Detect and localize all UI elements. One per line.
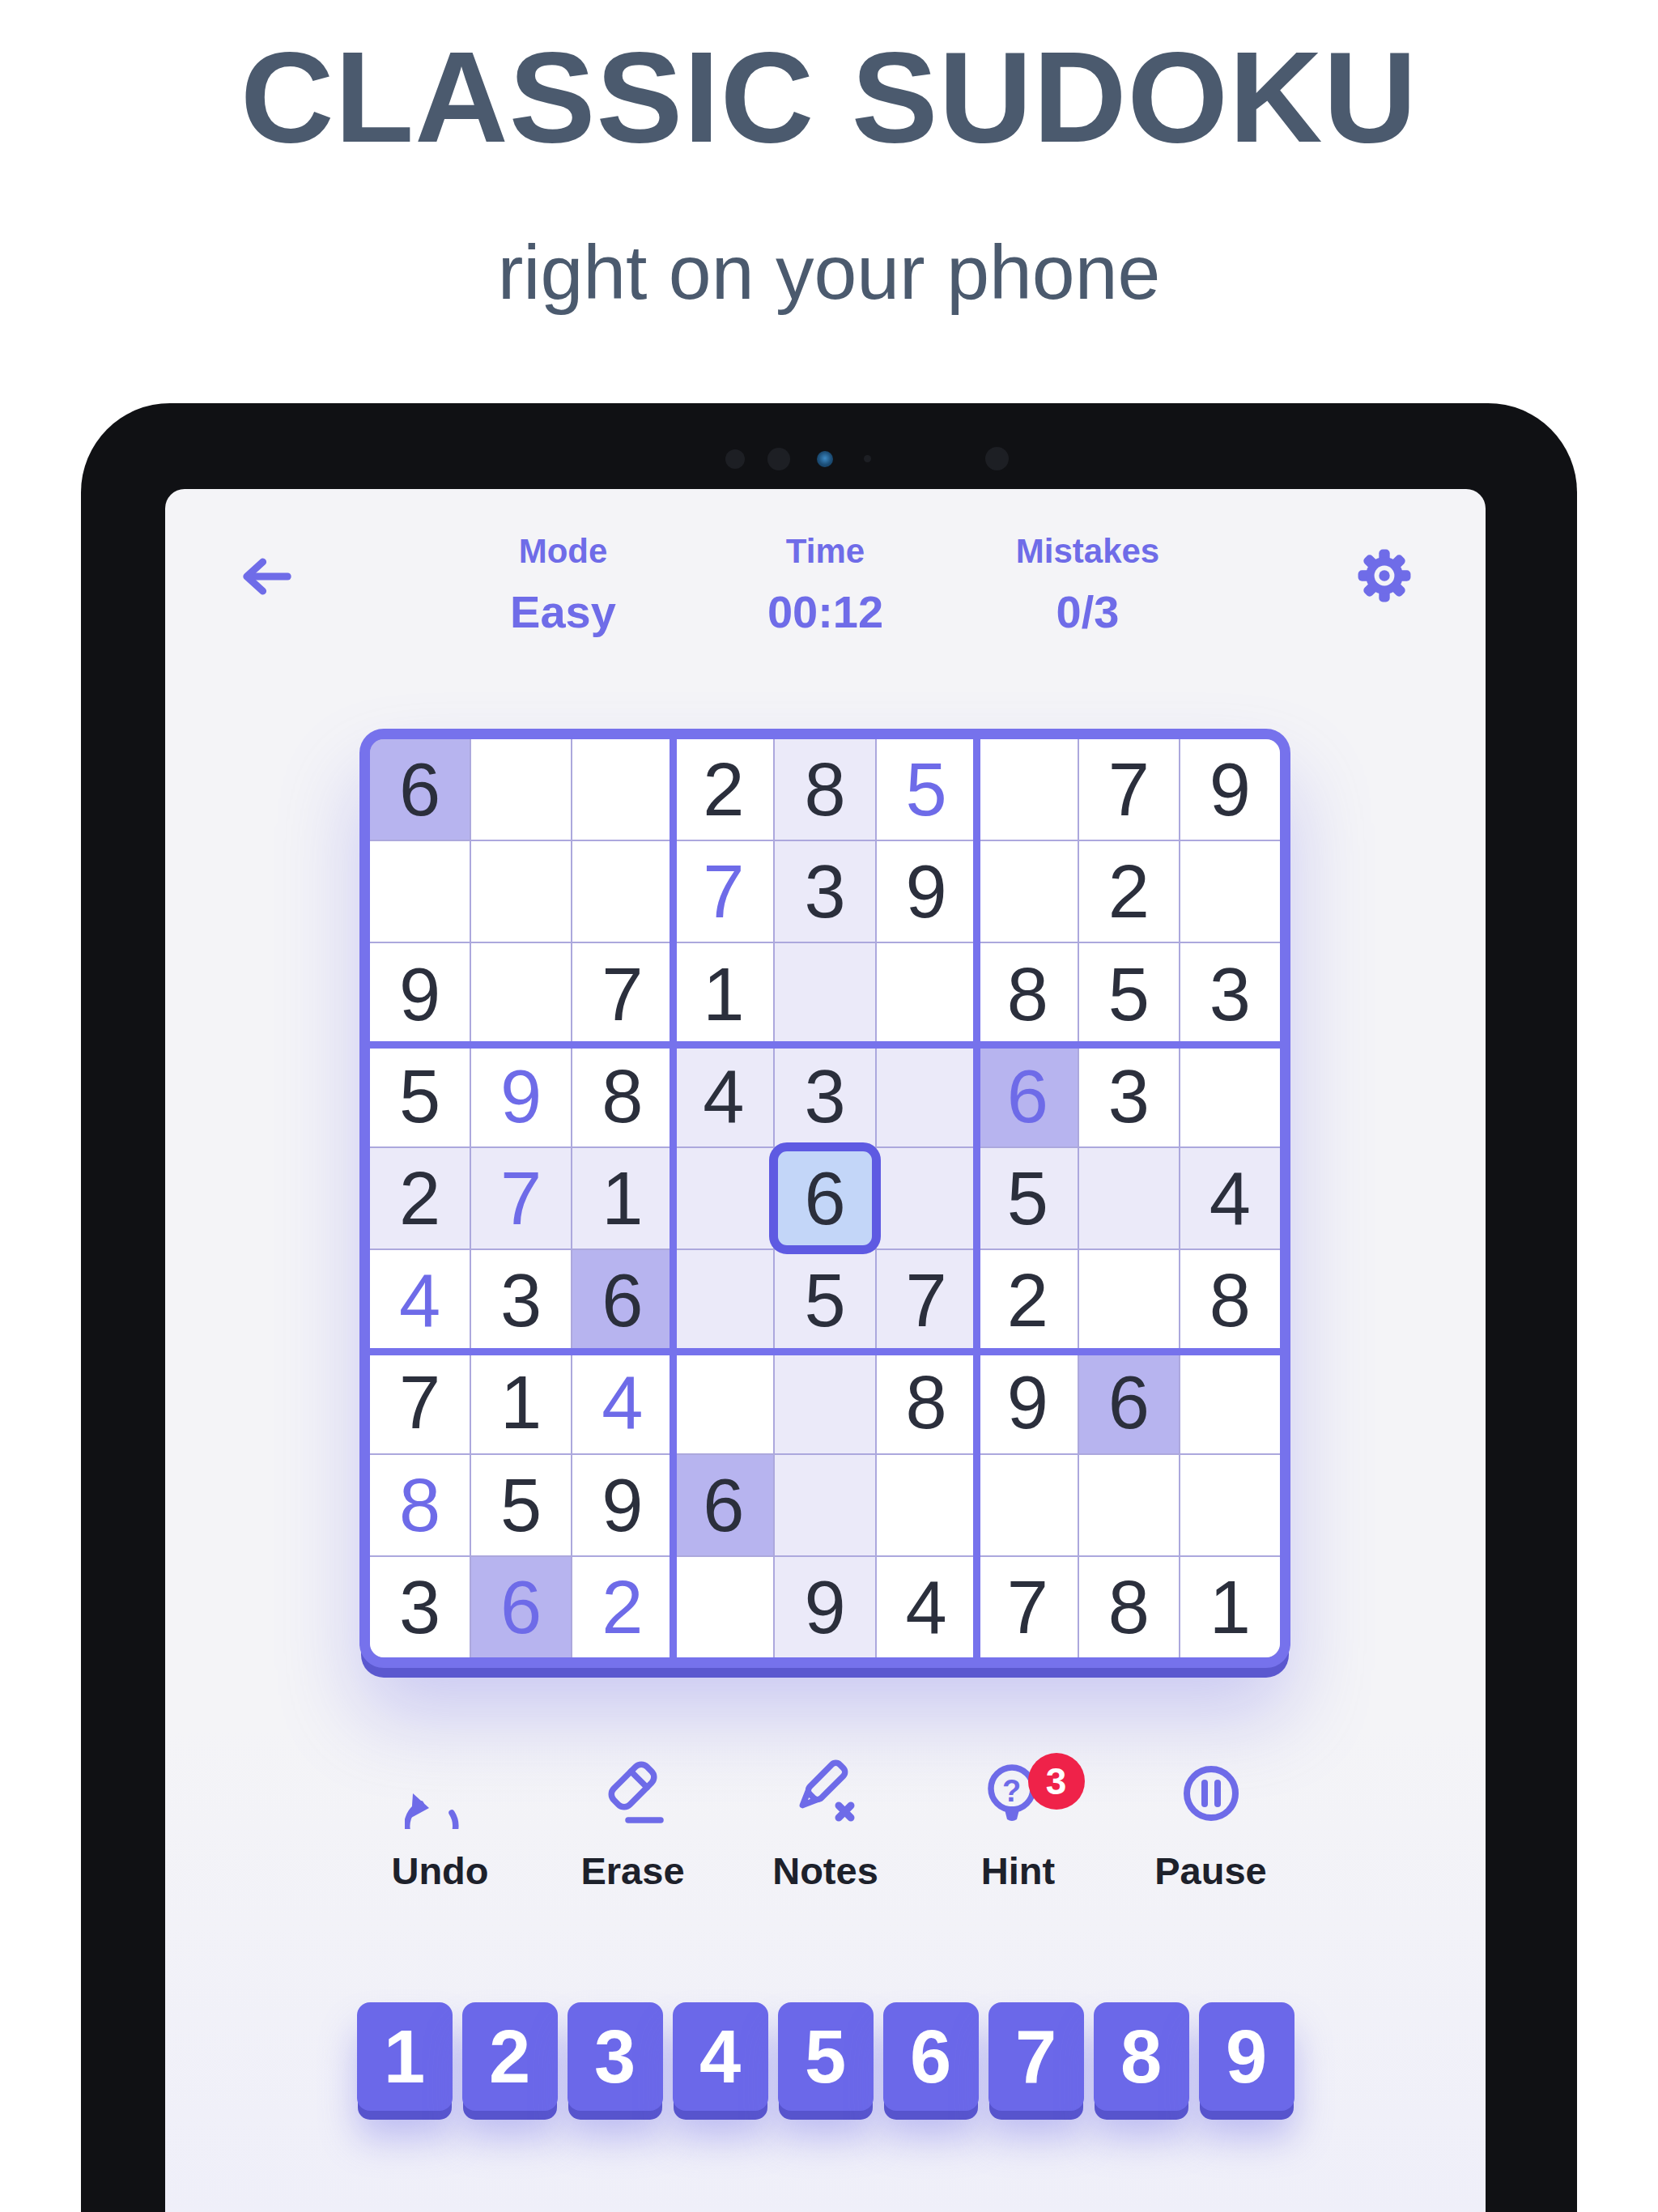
cell-r9c1[interactable]: 3 — [370, 1557, 470, 1657]
hint-button[interactable]: ? 3 Hint — [957, 1758, 1080, 1893]
camera-lens-icon — [817, 451, 833, 467]
cell-digit: 7 — [1007, 1570, 1048, 1644]
cell-r2c8[interactable]: 2 — [1079, 841, 1179, 942]
cell-r9c9[interactable]: 1 — [1180, 1557, 1280, 1657]
cell-digit: 8 — [1108, 1570, 1150, 1644]
cell-r4c6[interactable] — [877, 1046, 976, 1146]
cell-digit: 9 — [500, 1059, 542, 1134]
cell-r3c5[interactable] — [775, 943, 874, 1044]
cell-r5c5[interactable]: 6 — [775, 1148, 874, 1249]
page-subtitle: right on your phone — [0, 228, 1658, 317]
box-border-vertical-1 — [670, 739, 677, 1657]
cell-digit: 6 — [804, 1161, 845, 1236]
cell-r6c7[interactable]: 2 — [978, 1250, 1078, 1351]
cell-digit: 7 — [906, 1263, 947, 1338]
cell-r3c2[interactable] — [471, 943, 571, 1044]
cell-digit: 8 — [804, 752, 845, 827]
cell-r1c1[interactable]: 6 — [370, 739, 470, 840]
undo-button[interactable]: Undo — [379, 1758, 502, 1893]
cell-r7c5[interactable] — [775, 1352, 874, 1453]
cell-r9c3[interactable]: 2 — [572, 1557, 672, 1657]
cell-r5c2[interactable]: 7 — [471, 1148, 571, 1249]
cell-r8c7[interactable] — [978, 1455, 1078, 1555]
cell-r5c9[interactable]: 4 — [1180, 1148, 1280, 1249]
cell-r2c2[interactable] — [471, 841, 571, 942]
cell-digit: 5 — [804, 1263, 845, 1338]
settings-button[interactable] — [1350, 542, 1418, 610]
stat-mistakes: Mistakes 0/3 — [967, 534, 1209, 635]
cell-digit: 5 — [500, 1468, 542, 1542]
cell-r2c6[interactable]: 9 — [877, 841, 976, 942]
pause-label: Pause — [1154, 1848, 1266, 1893]
numpad-button-6[interactable]: 6 — [883, 2002, 979, 2111]
cell-r6c4[interactable] — [674, 1250, 773, 1351]
undo-label: Undo — [391, 1848, 488, 1893]
sudoku-board: 6285797392971853598436327165443657287148… — [359, 729, 1290, 1668]
cell-digit: 3 — [1209, 957, 1251, 1032]
cell-r6c2[interactable]: 3 — [471, 1250, 571, 1351]
cell-r8c4[interactable]: 6 — [674, 1455, 773, 1555]
cell-digit: 5 — [1007, 1161, 1048, 1236]
cell-digit: 8 — [906, 1365, 947, 1440]
numpad-button-1[interactable]: 1 — [357, 2002, 453, 2111]
numpad-button-2[interactable]: 2 — [462, 2002, 558, 2111]
cell-r5c6[interactable] — [877, 1148, 976, 1249]
cell-r3c6[interactable] — [877, 943, 976, 1044]
cell-r1c6[interactable]: 5 — [877, 739, 976, 840]
cell-digit: 7 — [1108, 752, 1150, 827]
cell-digit: 9 — [906, 854, 947, 929]
cell-digit: 1 — [602, 1161, 643, 1236]
cell-r1c8[interactable]: 7 — [1079, 739, 1179, 840]
cell-r8c6[interactable] — [877, 1455, 976, 1555]
cell-r1c2[interactable] — [471, 739, 571, 840]
notes-label: Notes — [772, 1848, 878, 1893]
cell-r7c6[interactable]: 8 — [877, 1352, 976, 1453]
cell-r5c4[interactable] — [674, 1148, 773, 1249]
cell-digit: 6 — [1108, 1365, 1150, 1440]
cell-digit: 7 — [500, 1161, 542, 1236]
cell-r2c1[interactable] — [370, 841, 470, 942]
cell-digit: 1 — [1209, 1570, 1251, 1644]
cell-r2c7[interactable] — [978, 841, 1078, 942]
cell-r1c4[interactable]: 2 — [674, 739, 773, 840]
cell-digit: 9 — [1007, 1365, 1048, 1440]
app-screen: Mode Easy Time 00:12 Mistakes 0/3 — [165, 489, 1486, 2212]
sensor-dot-icon — [985, 447, 1009, 470]
toolbar: Undo Erase — [165, 1758, 1486, 1893]
cell-digit: 5 — [1108, 957, 1150, 1032]
cell-r2c4[interactable]: 7 — [674, 841, 773, 942]
box-border-horizontal-2 — [370, 1348, 1280, 1355]
cell-digit: 8 — [602, 1059, 643, 1134]
cell-digit: 2 — [703, 752, 744, 827]
cell-digit: 6 — [399, 752, 440, 827]
numpad: 123456789 — [165, 2002, 1486, 2111]
stat-mode: Mode Easy — [442, 534, 685, 635]
cell-r8c2[interactable]: 5 — [471, 1455, 571, 1555]
box-border-vertical-2 — [973, 739, 980, 1657]
cell-digit: 8 — [1209, 1263, 1251, 1338]
cell-r4c8[interactable]: 3 — [1079, 1046, 1179, 1146]
cell-digit: 6 — [500, 1570, 542, 1644]
stat-time: Time 00:12 — [704, 534, 947, 635]
cell-digit: 3 — [1108, 1059, 1150, 1134]
erase-button[interactable]: Erase — [572, 1758, 695, 1893]
sensor-dot-icon — [767, 448, 790, 470]
page: CLASSIC SUDOKU right on your phone Mode … — [0, 0, 1658, 2212]
cell-digit: 7 — [602, 957, 643, 1032]
cell-digit: 2 — [1007, 1263, 1048, 1338]
cell-digit: 3 — [399, 1570, 440, 1644]
cell-digit: 9 — [1209, 752, 1251, 827]
cell-r8c1[interactable]: 8 — [370, 1455, 470, 1555]
lightbulb-question-icon: ? 3 — [983, 1758, 1054, 1829]
numpad-button-3[interactable]: 3 — [568, 2002, 663, 2111]
cell-r3c3[interactable]: 7 — [572, 943, 672, 1044]
cell-r4c1[interactable]: 5 — [370, 1046, 470, 1146]
cell-r9c2[interactable]: 6 — [471, 1557, 571, 1657]
cell-digit: 5 — [906, 752, 947, 827]
cell-r4c4[interactable]: 4 — [674, 1046, 773, 1146]
cell-r4c7[interactable]: 6 — [978, 1046, 1078, 1146]
cell-digit: 5 — [399, 1059, 440, 1134]
cell-r3c8[interactable]: 5 — [1079, 943, 1179, 1044]
cell-r7c3[interactable]: 4 — [572, 1352, 672, 1453]
cell-r6c1[interactable]: 4 — [370, 1250, 470, 1351]
cell-r6c8[interactable] — [1079, 1250, 1179, 1351]
undo-icon — [405, 1758, 476, 1829]
notes-button[interactable]: Notes — [764, 1758, 887, 1893]
cell-r4c2[interactable]: 9 — [471, 1046, 571, 1146]
cell-digit: 4 — [602, 1365, 643, 1440]
cell-r9c8[interactable]: 8 — [1079, 1557, 1179, 1657]
cell-r8c9[interactable] — [1180, 1455, 1280, 1555]
stat-mode-label: Mode — [442, 534, 685, 568]
cell-r1c9[interactable]: 9 — [1180, 739, 1280, 840]
numpad-button-5[interactable]: 5 — [778, 2002, 874, 2111]
cell-r7c8[interactable]: 6 — [1079, 1352, 1179, 1453]
cell-r7c1[interactable]: 7 — [370, 1352, 470, 1453]
cell-r6c5[interactable]: 5 — [775, 1250, 874, 1351]
cell-digit: 7 — [399, 1365, 440, 1440]
sensor-dot-icon — [864, 455, 871, 462]
cell-digit: 4 — [1209, 1161, 1251, 1236]
page-title: CLASSIC SUDOKU — [0, 23, 1658, 172]
sensor-dot-icon — [725, 449, 745, 469]
cell-digit: 4 — [399, 1263, 440, 1338]
cell-r3c4[interactable]: 1 — [674, 943, 773, 1044]
pause-button[interactable]: Pause — [1150, 1758, 1273, 1893]
cell-r3c7[interactable]: 8 — [978, 943, 1078, 1044]
cell-digit: 3 — [804, 1059, 845, 1134]
top-bar-stats: Mode Easy Time 00:12 Mistakes 0/3 — [165, 534, 1486, 635]
stat-mistakes-value: 0/3 — [967, 589, 1209, 635]
hint-label: Hint — [981, 1848, 1055, 1893]
cell-digit: 3 — [804, 854, 845, 929]
cell-r7c2[interactable]: 1 — [471, 1352, 571, 1453]
cell-digit: 2 — [1108, 854, 1150, 929]
cell-r9c6[interactable]: 4 — [877, 1557, 976, 1657]
cell-r9c7[interactable]: 7 — [978, 1557, 1078, 1657]
cell-r5c8[interactable] — [1079, 1148, 1179, 1249]
cell-r7c4[interactable] — [674, 1352, 773, 1453]
stat-mistakes-label: Mistakes — [967, 534, 1209, 568]
cell-r5c1[interactable]: 2 — [370, 1148, 470, 1249]
cell-digit: 9 — [399, 957, 440, 1032]
cell-digit: 8 — [399, 1468, 440, 1542]
pencil-x-icon — [790, 1758, 861, 1829]
cell-r1c7[interactable] — [978, 739, 1078, 840]
cell-r4c5[interactable]: 3 — [775, 1046, 874, 1146]
cell-digit: 6 — [703, 1468, 744, 1542]
hint-badge: 3 — [1028, 1753, 1085, 1810]
cell-r3c1[interactable]: 9 — [370, 943, 470, 1044]
cell-r2c9[interactable] — [1180, 841, 1280, 942]
cell-digit: 1 — [500, 1365, 542, 1440]
cell-digit: 2 — [602, 1570, 643, 1644]
cell-digit: 7 — [703, 854, 744, 929]
cell-digit: 2 — [399, 1161, 440, 1236]
cell-r1c3[interactable] — [572, 739, 672, 840]
cell-r1c5[interactable]: 8 — [775, 739, 874, 840]
cell-digit: 8 — [1007, 957, 1048, 1032]
numpad-button-9[interactable]: 9 — [1199, 2002, 1295, 2111]
cell-r2c5[interactable]: 3 — [775, 841, 874, 942]
cell-r8c8[interactable] — [1079, 1455, 1179, 1555]
cell-digit: 4 — [906, 1570, 947, 1644]
pause-circle-icon — [1175, 1758, 1247, 1829]
cell-r5c7[interactable]: 5 — [978, 1148, 1078, 1249]
erase-label: Erase — [580, 1848, 684, 1893]
cell-digit: 4 — [703, 1059, 744, 1134]
cell-r7c9[interactable] — [1180, 1352, 1280, 1453]
cell-r6c3[interactable]: 6 — [572, 1250, 672, 1351]
tablet-frame: Mode Easy Time 00:12 Mistakes 0/3 — [81, 403, 1577, 2212]
box-border-horizontal-1 — [370, 1041, 1280, 1049]
cell-r8c5[interactable] — [775, 1455, 874, 1555]
cell-r6c9[interactable]: 8 — [1180, 1250, 1280, 1351]
cell-r4c3[interactable]: 8 — [572, 1046, 672, 1146]
numpad-button-7[interactable]: 7 — [988, 2002, 1084, 2111]
cell-r8c3[interactable]: 9 — [572, 1455, 672, 1555]
cell-r6c6[interactable]: 7 — [877, 1250, 976, 1351]
cell-digit: 6 — [1007, 1059, 1048, 1134]
cell-r9c4[interactable] — [674, 1557, 773, 1657]
numpad-button-4[interactable]: 4 — [673, 2002, 768, 2111]
gear-icon — [1350, 600, 1418, 612]
stat-mode-value: Easy — [442, 589, 685, 635]
cell-r9c5[interactable]: 9 — [775, 1557, 874, 1657]
stat-time-value: 00:12 — [704, 589, 947, 635]
cell-digit: 9 — [602, 1468, 643, 1542]
numpad-button-8[interactable]: 8 — [1094, 2002, 1189, 2111]
cell-r7c7[interactable]: 9 — [978, 1352, 1078, 1453]
cell-r2c3[interactable] — [572, 841, 672, 942]
cell-r3c9[interactable]: 3 — [1180, 943, 1280, 1044]
cell-r5c3[interactable]: 1 — [572, 1148, 672, 1249]
cell-digit: 3 — [500, 1263, 542, 1338]
eraser-icon — [597, 1758, 669, 1829]
cell-digit: 9 — [804, 1570, 845, 1644]
stat-time-label: Time — [704, 534, 947, 568]
sudoku-board-cells: 6285797392971853598436327165443657287148… — [370, 739, 1280, 1657]
cell-digit: 6 — [602, 1263, 643, 1338]
cell-r4c9[interactable] — [1180, 1046, 1280, 1146]
cell-digit: 1 — [703, 957, 744, 1032]
